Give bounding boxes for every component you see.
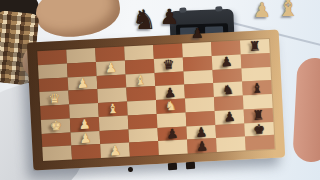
- clock-button-right[interactable]: [215, 6, 222, 11]
- square-h5[interactable]: [158, 140, 188, 155]
- board-latch: [128, 167, 133, 172]
- captured-white-pawn: ♟: [253, 0, 271, 20]
- opponent-right-arm: [292, 57, 320, 163]
- piece-white-queen-d1[interactable]: ♛: [48, 92, 60, 106]
- piece-white-pawn-g2[interactable]: ♟: [79, 131, 91, 145]
- square-h4[interactable]: [129, 141, 159, 156]
- square-h1[interactable]: [42, 146, 72, 161]
- captured-white-bishop: ♝: [277, 0, 299, 20]
- piece-white-bishop-e3[interactable]: ♝: [107, 102, 119, 116]
- board-hinge: [186, 162, 195, 169]
- piece-black-bishop-d8[interactable]: ♝: [251, 81, 263, 95]
- piece-white-knight-e5[interactable]: ♞: [165, 99, 177, 113]
- captured-black-knight: ♞: [132, 6, 156, 33]
- piece-black-knight-d7[interactable]: ♞: [222, 83, 234, 97]
- piece-white-bishop-c4[interactable]: ♝: [134, 73, 146, 87]
- piece-black-rook-f8[interactable]: ♜: [252, 108, 264, 122]
- piece-black-pawn-f7[interactable]: ♟: [223, 110, 235, 124]
- chess-board: ♜♟♛♟♟♝♛♟♞♝♝♞♚♟♟♜♟♟♟♚♟♟: [37, 39, 274, 161]
- square-h2[interactable]: [71, 144, 101, 159]
- piece-white-pawn-f2[interactable]: ♟: [79, 118, 91, 132]
- piece-white-king-f1[interactable]: ♚: [50, 119, 62, 133]
- piece-white-pawn-c2[interactable]: ♟: [76, 76, 88, 90]
- square-h3[interactable]: ♟: [100, 143, 130, 158]
- piece-white-pawn-b3[interactable]: ♟: [105, 61, 117, 75]
- piece-black-king-g8[interactable]: ♚: [253, 122, 265, 136]
- opponent-hand: [33, 0, 123, 42]
- piece-white-pawn-h3[interactable]: ♟: [109, 144, 121, 158]
- piece-black-queen-b5[interactable]: ♛: [163, 58, 175, 72]
- piece-black-pawn-g5[interactable]: ♟: [166, 127, 178, 141]
- square-h6[interactable]: ♟: [187, 138, 217, 153]
- board-hinge: [168, 163, 177, 170]
- piece-black-pawn-h6[interactable]: ♟: [196, 139, 208, 153]
- clock-button-left[interactable]: [179, 8, 186, 13]
- piece-black-pawn-b7[interactable]: ♟: [220, 55, 232, 69]
- outdoor-blitz-photo: ♜♟♛♟♟♝♛♟♞♝♝♞♚♟♟♜♟♟♟♚♟♟ ♞♟♟ ♟♝: [0, 0, 320, 180]
- board-frame: ♜♟♛♟♟♝♛♟♞♝♝♞♚♟♟♜♟♟♟♚♟♟: [27, 29, 285, 170]
- square-h8[interactable]: [245, 135, 275, 150]
- piece-black-pawn-d5[interactable]: ♟: [164, 86, 176, 100]
- piece-black-pawn-g6[interactable]: ♟: [195, 125, 207, 139]
- square-h7[interactable]: [216, 137, 246, 152]
- piece-black-rook-a8[interactable]: ♜: [249, 40, 261, 54]
